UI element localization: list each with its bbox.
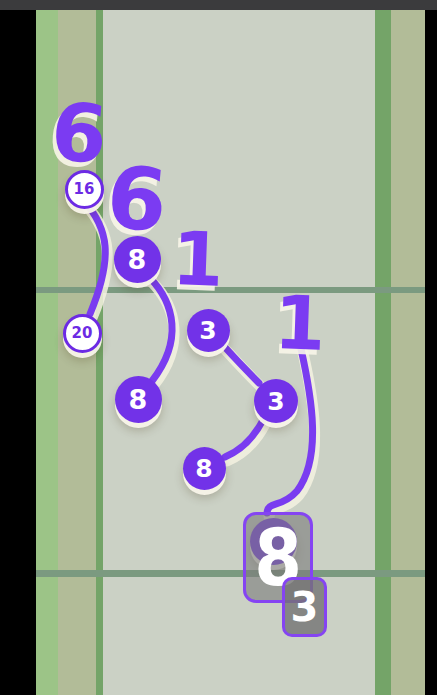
status-bar: [0, 0, 437, 10]
sum-badge-r5: 20: [63, 314, 102, 353]
circled-cell-marker-r5c2[interactable]: 3: [187, 309, 230, 352]
block-separator-h2: [36, 570, 425, 577]
circled-cell-marker-r7c2[interactable]: 8: [183, 447, 226, 490]
sum-badge-r3: 16: [65, 170, 104, 209]
circled-cell-marker-r4c1[interactable]: 8: [114, 236, 161, 283]
letterbox-left: [0, 0, 36, 695]
block-divider-right: [375, 10, 391, 695]
game-screen: 5203845461951940716344538288947092023697…: [0, 0, 437, 695]
handwritten-digit-6: 6: [103, 154, 170, 245]
handwritten-digit-1: 1: [273, 285, 327, 361]
handwritten-digit-1: 1: [171, 221, 225, 297]
next-block-sum-column: [391, 10, 425, 695]
handwritten-digit-6: 6: [48, 92, 110, 177]
circled-cell-marker-r6c1[interactable]: 8: [115, 376, 162, 423]
drag-tile-3: 3: [282, 577, 327, 637]
block-separator-h1: [36, 287, 425, 293]
drag-tile-3-value: 3: [291, 587, 319, 627]
circled-cell-marker-r6c3[interactable]: 3: [254, 379, 298, 423]
letterbox-right: [425, 0, 437, 695]
number-grid: [103, 10, 375, 695]
